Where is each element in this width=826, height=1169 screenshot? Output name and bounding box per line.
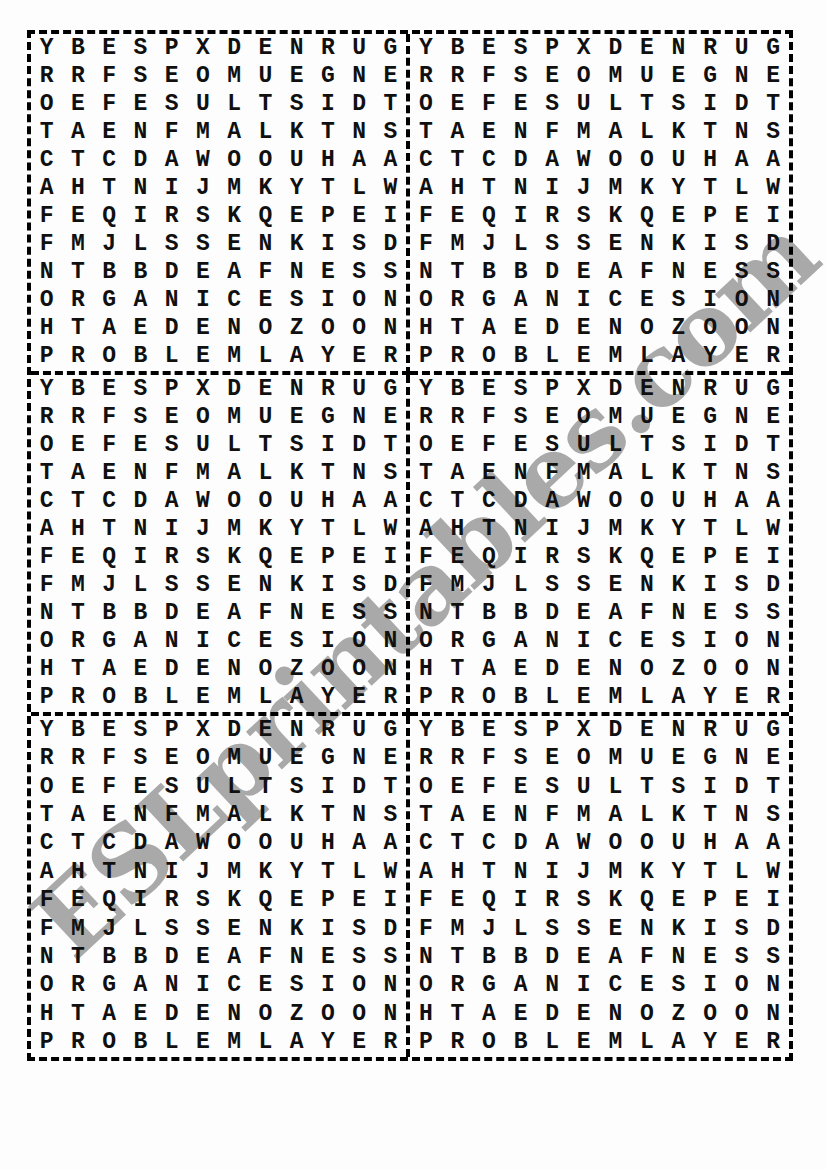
grid-cell: T	[631, 90, 663, 118]
grid-cell: K	[600, 544, 632, 572]
grid-cell: G	[375, 375, 406, 403]
grid-cell: N	[505, 858, 537, 886]
grid-cell: S	[726, 943, 758, 971]
grid-cell: E	[281, 544, 312, 572]
grid-cell: K	[663, 915, 695, 943]
grid-cell: O	[410, 90, 442, 118]
grid-cell: E	[281, 203, 312, 231]
grid-cell: E	[663, 886, 695, 914]
grid-cell: T	[62, 943, 93, 971]
grid-cell: E	[442, 90, 474, 118]
grid-cell: C	[94, 487, 125, 515]
grid-cell: Y	[281, 174, 312, 202]
word-search-grid-3: YBESPXDENRUGRRFSEOMUEGNEOEFESULTSIDTTAEN…	[31, 375, 410, 716]
grid-cell: N	[663, 716, 695, 744]
grid-cell: B	[125, 943, 156, 971]
grid-cell: C	[473, 830, 505, 858]
grid-cell: E	[156, 744, 187, 772]
grid-cell: N	[219, 315, 250, 343]
grid-cell: B	[125, 259, 156, 287]
grid-cell: E	[726, 544, 758, 572]
grid-cell: F	[473, 403, 505, 431]
grid-cell: R	[375, 1029, 406, 1057]
grid-cell: F	[94, 773, 125, 801]
grid-cell: C	[473, 487, 505, 515]
grid-cell: T	[473, 858, 505, 886]
grid-cell: Y	[312, 1029, 343, 1057]
grid-cell: I	[375, 886, 406, 914]
grid-cell: R	[442, 62, 474, 90]
grid-cell: W	[757, 858, 789, 886]
grid-cell: L	[125, 572, 156, 600]
grid-cell: R	[156, 203, 187, 231]
word-search-grid-6: YBESPXDENRUGRRFSEOMUEGNEOEFESULTSIDTTAEN…	[410, 716, 789, 1057]
grid-cell: S	[156, 915, 187, 943]
grid-cell: N	[726, 62, 758, 90]
grid-cell: I	[757, 203, 789, 231]
grid-cell: U	[281, 146, 312, 174]
grid-cell: E	[442, 886, 474, 914]
grid-cell: S	[568, 544, 600, 572]
grid-cell: E	[473, 459, 505, 487]
grid-cell: L	[250, 343, 281, 371]
grid-cell: T	[442, 943, 474, 971]
grid-cell: N	[726, 744, 758, 772]
grid-cell: W	[568, 830, 600, 858]
grid-cell: E	[125, 315, 156, 343]
grid-cell: E	[505, 431, 537, 459]
grid-cell: O	[726, 287, 758, 315]
grid-cell: I	[312, 572, 343, 600]
grid-cell: I	[694, 572, 726, 600]
grid-cell: T	[757, 773, 789, 801]
grid-cell: N	[536, 972, 568, 1000]
grid-cell: M	[219, 744, 250, 772]
grid-cell: M	[219, 62, 250, 90]
grid-cell: N	[505, 515, 537, 543]
grid-cell: G	[312, 744, 343, 772]
grid-cell: D	[156, 259, 187, 287]
grid-cell: T	[410, 459, 442, 487]
grid-cell: U	[187, 773, 218, 801]
grid-cell: B	[505, 259, 537, 287]
grid-cell: W	[187, 830, 218, 858]
grid-cell: L	[505, 572, 537, 600]
grid-cell: S	[344, 259, 375, 287]
grid-cell: S	[281, 431, 312, 459]
grid-cell: E	[536, 403, 568, 431]
grid-cell: N	[410, 259, 442, 287]
grid-cell: D	[125, 830, 156, 858]
grid-cell: L	[726, 858, 758, 886]
grid-cell: S	[187, 886, 218, 914]
grid-cell: K	[663, 459, 695, 487]
grid-cell: H	[442, 515, 474, 543]
grid-cell: O	[31, 972, 62, 1000]
grid-cell: I	[694, 972, 726, 1000]
grid-cell: S	[568, 886, 600, 914]
grid-cell: J	[94, 231, 125, 259]
grid-cell: E	[62, 90, 93, 118]
grid-cell: S	[281, 90, 312, 118]
grid-cell: U	[281, 830, 312, 858]
grid-cell: N	[250, 231, 281, 259]
grid-cell: S	[281, 773, 312, 801]
grid-cell: R	[442, 628, 474, 656]
grid-cell: Y	[410, 716, 442, 744]
grid-cell: M	[600, 744, 632, 772]
grid-cell: E	[694, 943, 726, 971]
grid-cell: F	[31, 572, 62, 600]
grid-cell: A	[410, 515, 442, 543]
grid-cell: G	[94, 972, 125, 1000]
grid-cell: E	[505, 773, 537, 801]
grid-cell: I	[757, 886, 789, 914]
grid-cell: B	[442, 375, 474, 403]
grid-cell: N	[757, 315, 789, 343]
grid-cell: A	[726, 487, 758, 515]
grid-cell: C	[410, 146, 442, 174]
grid-cell: I	[156, 858, 187, 886]
grid-cell: T	[375, 773, 406, 801]
grid-cell: S	[125, 716, 156, 744]
grid-cell: D	[536, 656, 568, 684]
grid-cell: N	[375, 628, 406, 656]
grid-cell: A	[344, 146, 375, 174]
grid-cell: S	[757, 600, 789, 628]
grid-cell: F	[536, 118, 568, 146]
grid-cell: E	[631, 34, 663, 62]
grid-cell: F	[410, 572, 442, 600]
grid-cell: D	[375, 915, 406, 943]
grid-cell: R	[62, 972, 93, 1000]
grid-cell: O	[31, 628, 62, 656]
grid-cell: C	[219, 972, 250, 1000]
grid-cell: I	[694, 287, 726, 315]
grid-cell: E	[156, 403, 187, 431]
grid-cell: E	[250, 628, 281, 656]
grid-cell: N	[375, 315, 406, 343]
grid-cell: L	[156, 684, 187, 712]
grid-cell: O	[726, 656, 758, 684]
grid-cell: D	[757, 572, 789, 600]
grid-cell: I	[156, 515, 187, 543]
grid-cell: N	[125, 118, 156, 146]
grid-cell: N	[600, 1000, 632, 1028]
grid-cell: P	[312, 544, 343, 572]
grid-cell: S	[125, 34, 156, 62]
grid-cell: T	[694, 515, 726, 543]
grid-cell: O	[187, 62, 218, 90]
grid-cell: P	[694, 886, 726, 914]
grid-cell: Y	[281, 515, 312, 543]
grid-cell: K	[281, 118, 312, 146]
grid-cell: Y	[31, 34, 62, 62]
grid-cell: B	[505, 943, 537, 971]
grid-cell: F	[473, 62, 505, 90]
grid-cell: A	[125, 972, 156, 1000]
grid-cell: H	[694, 146, 726, 174]
grid-cell: E	[94, 801, 125, 829]
grid-cell: R	[757, 343, 789, 371]
grid-cell: M	[568, 459, 600, 487]
grid-cell: E	[726, 343, 758, 371]
grid-cell: M	[600, 174, 632, 202]
grid-cell: E	[505, 315, 537, 343]
grid-cell: T	[312, 174, 343, 202]
grid-cell: E	[187, 1000, 218, 1028]
grid-cell: A	[219, 459, 250, 487]
grid-cell: I	[312, 773, 343, 801]
grid-cell: A	[600, 801, 632, 829]
grid-cell: S	[726, 259, 758, 287]
grid-cell: B	[62, 34, 93, 62]
grid-cell: E	[250, 375, 281, 403]
grid-cell: Y	[663, 858, 695, 886]
grid-cell: E	[600, 572, 632, 600]
grid-cell: I	[694, 773, 726, 801]
grid-cell: N	[410, 943, 442, 971]
grid-cell: P	[31, 343, 62, 371]
grid-cell: S	[156, 231, 187, 259]
grid-cell: L	[125, 231, 156, 259]
grid-cell: P	[156, 375, 187, 403]
grid-cell: Y	[31, 375, 62, 403]
grid-cell: S	[187, 203, 218, 231]
grid-cell: L	[600, 431, 632, 459]
grid-cell: N	[375, 972, 406, 1000]
grid-cell: R	[312, 375, 343, 403]
grid-cell: C	[94, 830, 125, 858]
grid-cell: O	[312, 315, 343, 343]
grid-cell: S	[663, 628, 695, 656]
grid-cell: B	[125, 343, 156, 371]
grid-cell: E	[250, 34, 281, 62]
grid-cell: R	[442, 343, 474, 371]
grid-cell: S	[156, 773, 187, 801]
grid-cell: B	[505, 684, 537, 712]
grid-cell: M	[600, 684, 632, 712]
grid-cell: Y	[694, 343, 726, 371]
grid-cell: A	[410, 858, 442, 886]
grid-cell: N	[663, 943, 695, 971]
grid-cell: Y	[31, 716, 62, 744]
grid-cell: C	[31, 487, 62, 515]
grid-cell: E	[694, 600, 726, 628]
grid-cell: N	[757, 656, 789, 684]
grid-cell: L	[250, 684, 281, 712]
grid-cell: B	[505, 600, 537, 628]
grid-cell: N	[600, 315, 632, 343]
grid-cell: E	[62, 431, 93, 459]
grid-cell: L	[344, 858, 375, 886]
grid-cell: E	[473, 118, 505, 146]
grid-cell: N	[125, 801, 156, 829]
grid-cell: H	[31, 315, 62, 343]
grid-cell: T	[62, 830, 93, 858]
grid-cell: L	[250, 801, 281, 829]
grid-cell: E	[757, 403, 789, 431]
grid-cell: G	[694, 744, 726, 772]
grid-cell: M	[62, 231, 93, 259]
grid-cell: N	[344, 459, 375, 487]
grid-cell: E	[94, 716, 125, 744]
grid-cell: E	[663, 544, 695, 572]
grid-cell: K	[219, 886, 250, 914]
grid-cell: E	[631, 375, 663, 403]
grid-cell: O	[31, 431, 62, 459]
grid-cell: N	[156, 972, 187, 1000]
grid-cell: K	[219, 203, 250, 231]
grid-cell: S	[536, 773, 568, 801]
grid-cell: F	[156, 459, 187, 487]
grid-cell: L	[726, 515, 758, 543]
grid-cell: K	[663, 118, 695, 146]
grid-cell: F	[410, 544, 442, 572]
grid-cell: N	[663, 259, 695, 287]
grid-cell: K	[663, 572, 695, 600]
grid-cell: R	[442, 287, 474, 315]
grid-cell: L	[631, 118, 663, 146]
grid-cell: M	[600, 343, 632, 371]
grid-cell: M	[219, 1029, 250, 1057]
grid-cell: E	[281, 403, 312, 431]
grid-cell: N	[219, 1000, 250, 1028]
grid-cell: U	[631, 62, 663, 90]
grid-cell: R	[62, 628, 93, 656]
grid-cell: G	[375, 34, 406, 62]
grid-cell: N	[600, 656, 632, 684]
grid-cell: N	[505, 118, 537, 146]
grid-cell: X	[187, 375, 218, 403]
grid-cell: S	[757, 118, 789, 146]
grid-cell: O	[473, 1029, 505, 1057]
grid-cell: S	[568, 203, 600, 231]
grid-cell: J	[568, 174, 600, 202]
grid-cell: N	[536, 628, 568, 656]
grid-cell: E	[568, 600, 600, 628]
grid-cell: B	[442, 716, 474, 744]
grid-cell: N	[344, 801, 375, 829]
grid-cell: S	[536, 572, 568, 600]
grid-cell: K	[281, 915, 312, 943]
grid-cell: I	[757, 544, 789, 572]
grid-cell: Q	[473, 886, 505, 914]
grid-cell: D	[536, 259, 568, 287]
grid-cell: U	[663, 487, 695, 515]
grid-cell: W	[375, 174, 406, 202]
grid-cell: D	[375, 572, 406, 600]
grid-cell: N	[505, 174, 537, 202]
grid-cell: I	[694, 90, 726, 118]
grid-cell: E	[344, 1029, 375, 1057]
grid-cell: J	[568, 515, 600, 543]
grid-cell: N	[344, 118, 375, 146]
grid-cell: R	[62, 343, 93, 371]
grid-cell: A	[600, 118, 632, 146]
grid-cell: F	[31, 231, 62, 259]
grid-cell: E	[663, 62, 695, 90]
grid-cell: S	[344, 600, 375, 628]
grid-cell: E	[473, 34, 505, 62]
grid-cell: A	[62, 801, 93, 829]
grid-cell: I	[156, 174, 187, 202]
grid-cell: N	[125, 174, 156, 202]
grid-cell: O	[410, 628, 442, 656]
grid-cell: K	[250, 174, 281, 202]
grid-cell: E	[568, 1000, 600, 1028]
grid-cell: S	[125, 744, 156, 772]
grid-cell: H	[62, 515, 93, 543]
grid-cell: T	[442, 656, 474, 684]
grid-cell: U	[568, 431, 600, 459]
grid-cell: S	[568, 231, 600, 259]
grid-cell: O	[410, 431, 442, 459]
word-search-grid-5: YBESPXDENRUGRRFSEOMUEGNEOEFESULTSIDTTAEN…	[31, 716, 410, 1057]
grid-cell: P	[312, 886, 343, 914]
grid-cell: E	[631, 716, 663, 744]
grid-cell: K	[281, 572, 312, 600]
grid-cell: S	[156, 431, 187, 459]
grid-cell: Y	[410, 34, 442, 62]
grid-cell: A	[31, 174, 62, 202]
grid-cell: E	[312, 259, 343, 287]
grid-cell: J	[473, 231, 505, 259]
grid-cell: A	[125, 628, 156, 656]
grid-cell: M	[219, 174, 250, 202]
grid-cell: R	[410, 62, 442, 90]
grid-cell: E	[726, 886, 758, 914]
grid-cell: T	[62, 259, 93, 287]
grid-cell: I	[125, 886, 156, 914]
grid-cell: H	[312, 830, 343, 858]
grid-cell: F	[31, 886, 62, 914]
grid-cell: P	[694, 544, 726, 572]
grid-cell: E	[62, 544, 93, 572]
grid-cell: M	[187, 801, 218, 829]
grid-cell: E	[250, 287, 281, 315]
grid-cell: S	[156, 572, 187, 600]
grid-cell: E	[568, 1029, 600, 1057]
grid-cell: T	[250, 90, 281, 118]
grid-cell: N	[726, 118, 758, 146]
grid-cell: A	[281, 1029, 312, 1057]
grid-cell: E	[187, 259, 218, 287]
grid-cell: T	[62, 600, 93, 628]
grid-cell: K	[281, 801, 312, 829]
grid-cell: D	[375, 231, 406, 259]
grid-cell: S	[536, 90, 568, 118]
grid-cell: U	[344, 375, 375, 403]
grid-cell: Y	[312, 343, 343, 371]
grid-cell: S	[344, 572, 375, 600]
grid-cell: L	[250, 1029, 281, 1057]
grid-cell: O	[312, 1000, 343, 1028]
grid-cell: D	[726, 773, 758, 801]
grid-cell: F	[473, 90, 505, 118]
grid-cell: O	[187, 744, 218, 772]
grid-cell: N	[281, 943, 312, 971]
grid-cell: S	[505, 375, 537, 403]
grid-cell: Z	[281, 315, 312, 343]
grid-cell: F	[94, 431, 125, 459]
grid-cell: N	[726, 403, 758, 431]
grid-cell: O	[694, 315, 726, 343]
grid-cell: O	[473, 684, 505, 712]
grid-cell: S	[536, 231, 568, 259]
grid-cell: T	[94, 174, 125, 202]
grid-cell: N	[757, 628, 789, 656]
